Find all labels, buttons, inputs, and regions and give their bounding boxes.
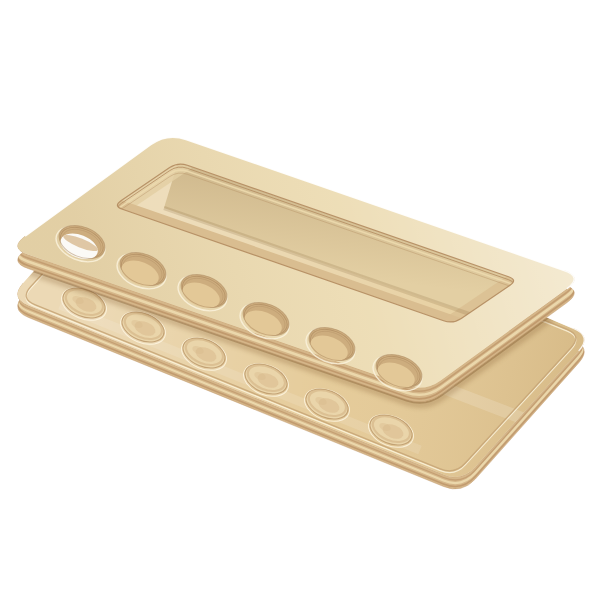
product-photo — [0, 0, 600, 600]
wooden-display-stand-illustration — [0, 0, 600, 600]
